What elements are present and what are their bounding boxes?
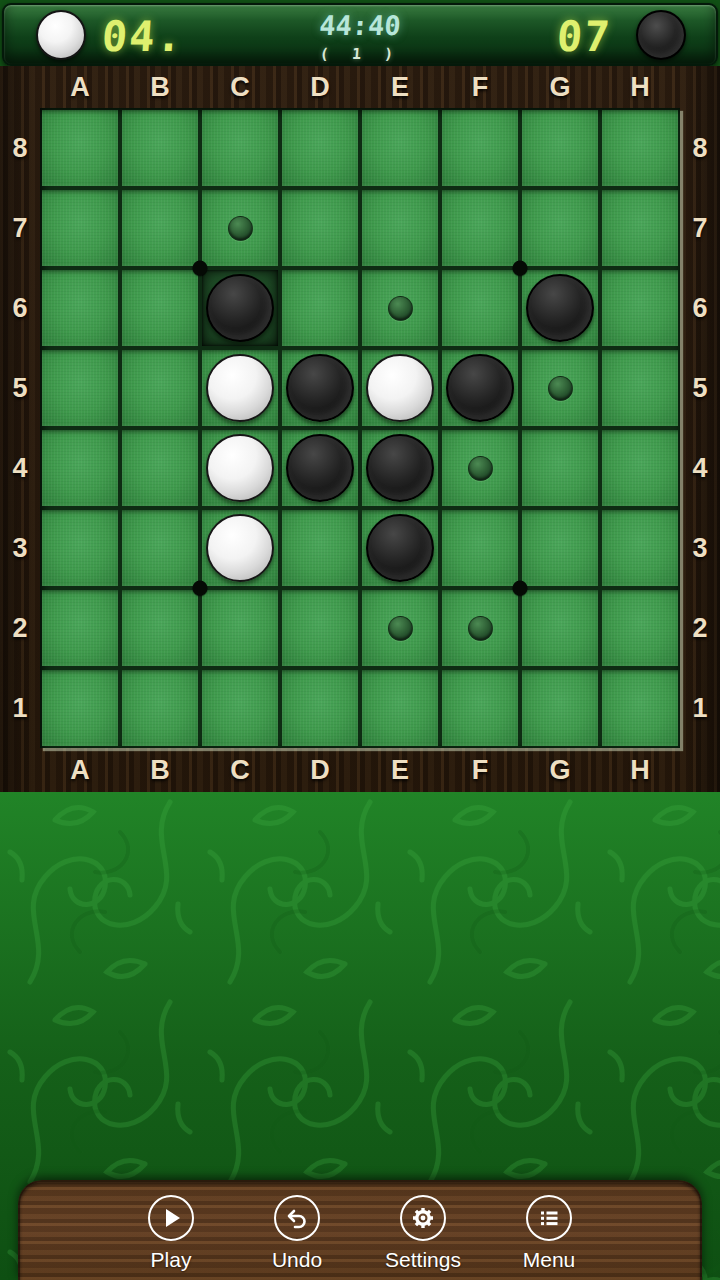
file-label-g: G — [520, 748, 600, 792]
cell-e6[interactable] — [362, 270, 438, 346]
cell-b4[interactable] — [122, 430, 198, 506]
rank-label-1: 1 — [680, 668, 720, 748]
file-label-e: E — [360, 66, 440, 108]
cell-f1[interactable] — [442, 670, 518, 746]
black-disc — [526, 274, 594, 342]
white-disc — [366, 354, 434, 422]
cell-d3[interactable] — [282, 510, 358, 586]
legal-move-hint — [228, 216, 253, 241]
cell-b1[interactable] — [122, 670, 198, 746]
cell-g5[interactable] — [522, 350, 598, 426]
legal-move-hint — [468, 456, 493, 481]
file-label-d: D — [280, 66, 360, 108]
cell-g8[interactable] — [522, 110, 598, 186]
cell-e8[interactable] — [362, 110, 438, 186]
cell-c4[interactable] — [202, 430, 278, 506]
cell-e2[interactable] — [362, 590, 438, 666]
cell-d4[interactable] — [282, 430, 358, 506]
undo-icon — [274, 1195, 320, 1241]
cell-g3[interactable] — [522, 510, 598, 586]
cell-d5[interactable] — [282, 350, 358, 426]
cell-g2[interactable] — [522, 590, 598, 666]
file-label-c: C — [200, 748, 280, 792]
cell-a8[interactable] — [42, 110, 118, 186]
cell-b6[interactable] — [122, 270, 198, 346]
cell-a3[interactable] — [42, 510, 118, 586]
cell-f5[interactable] — [442, 350, 518, 426]
rank-labels-left: 87654321 — [0, 108, 40, 748]
legal-move-hint — [388, 616, 413, 641]
cell-h4[interactable] — [602, 430, 678, 506]
settings-button[interactable]: Settings — [380, 1195, 466, 1280]
cell-g4[interactable] — [522, 430, 598, 506]
cell-c7[interactable] — [202, 190, 278, 266]
cell-h8[interactable] — [602, 110, 678, 186]
file-label-d: D — [280, 748, 360, 792]
rank-label-8: 8 — [680, 108, 720, 188]
rank-label-4: 4 — [0, 428, 40, 508]
file-label-c: C — [200, 66, 280, 108]
cell-c6[interactable] — [202, 270, 278, 346]
cell-h1[interactable] — [602, 670, 678, 746]
cell-f8[interactable] — [442, 110, 518, 186]
play-button[interactable]: Play — [128, 1195, 214, 1280]
cell-c5[interactable] — [202, 350, 278, 426]
file-label-a: A — [40, 748, 120, 792]
legal-move-hint — [388, 296, 413, 321]
menu-icon — [526, 1195, 572, 1241]
cell-b2[interactable] — [122, 590, 198, 666]
cell-a2[interactable] — [42, 590, 118, 666]
cell-d8[interactable] — [282, 110, 358, 186]
cell-c1[interactable] — [202, 670, 278, 746]
cell-f6[interactable] — [442, 270, 518, 346]
cell-g6[interactable] — [522, 270, 598, 346]
play-icon — [148, 1195, 194, 1241]
rank-label-3: 3 — [0, 508, 40, 588]
cell-b8[interactable] — [122, 110, 198, 186]
rank-label-6: 6 — [680, 268, 720, 348]
cell-b7[interactable] — [122, 190, 198, 266]
cell-f2[interactable] — [442, 590, 518, 666]
rank-label-4: 4 — [680, 428, 720, 508]
white-disc — [206, 434, 274, 502]
rank-label-5: 5 — [680, 348, 720, 428]
board-grid — [40, 108, 680, 748]
cell-a5[interactable] — [42, 350, 118, 426]
menu-button[interactable]: Menu — [506, 1195, 592, 1280]
menu-button-label: Menu — [523, 1248, 576, 1272]
file-label-h: H — [600, 66, 680, 108]
white-disc — [206, 354, 274, 422]
cell-f7[interactable] — [442, 190, 518, 266]
white-disc — [206, 514, 274, 582]
file-labels-bottom: ABCDEFGH — [40, 748, 680, 792]
cell-f4[interactable] — [442, 430, 518, 506]
cell-d2[interactable] — [282, 590, 358, 666]
cell-a4[interactable] — [42, 430, 118, 506]
file-label-a: A — [40, 66, 120, 108]
play-button-label: Play — [151, 1248, 192, 1272]
file-label-g: G — [520, 66, 600, 108]
file-label-b: B — [120, 748, 200, 792]
file-label-f: F — [440, 748, 520, 792]
rank-label-5: 5 — [0, 348, 40, 428]
rank-label-7: 7 — [680, 188, 720, 268]
legal-move-hint — [548, 376, 573, 401]
cell-g7[interactable] — [522, 190, 598, 266]
black-disc — [446, 354, 514, 422]
rank-labels-right: 87654321 — [680, 108, 720, 748]
star-point — [513, 261, 528, 276]
rank-label-3: 3 — [680, 508, 720, 588]
cell-c3[interactable] — [202, 510, 278, 586]
rank-label-6: 6 — [0, 268, 40, 348]
cell-h2[interactable] — [602, 590, 678, 666]
board-surface — [40, 108, 680, 748]
star-point — [193, 261, 208, 276]
star-point — [513, 581, 528, 596]
app-screen: 04. 44:40 ( 1 ) 07 ABCDEFGH ABCDEFGH 876… — [0, 0, 720, 1280]
legal-move-hint — [468, 616, 493, 641]
cell-g1[interactable] — [522, 670, 598, 746]
cell-h6[interactable] — [602, 270, 678, 346]
settings-button-label: Settings — [385, 1248, 461, 1272]
cell-d1[interactable] — [282, 670, 358, 746]
rank-label-8: 8 — [0, 108, 40, 188]
file-label-f: F — [440, 66, 520, 108]
file-label-b: B — [120, 66, 200, 108]
rank-label-2: 2 — [0, 588, 40, 668]
cell-e7[interactable] — [362, 190, 438, 266]
cell-f3[interactable] — [442, 510, 518, 586]
settings-icon — [400, 1195, 446, 1241]
cell-c8[interactable] — [202, 110, 278, 186]
file-label-e: E — [360, 748, 440, 792]
black-player-disc-icon — [636, 10, 686, 60]
black-score: 07 — [556, 13, 614, 61]
star-point — [193, 581, 208, 596]
cell-h3[interactable] — [602, 510, 678, 586]
board-panel: ABCDEFGH ABCDEFGH 87654321 87654321 — [0, 66, 720, 792]
cell-e1[interactable] — [362, 670, 438, 746]
file-labels-top: ABCDEFGH — [40, 66, 680, 108]
black-disc — [286, 434, 354, 502]
cell-b5[interactable] — [122, 350, 198, 426]
cell-e3[interactable] — [362, 510, 438, 586]
cell-e4[interactable] — [362, 430, 438, 506]
undo-button[interactable]: Undo — [254, 1195, 340, 1280]
cell-a1[interactable] — [42, 670, 118, 746]
cell-a6[interactable] — [42, 270, 118, 346]
file-label-h: H — [600, 748, 680, 792]
cell-h7[interactable] — [602, 190, 678, 266]
black-disc — [366, 434, 434, 502]
rank-label-7: 7 — [0, 188, 40, 268]
scoreboard: 04. 44:40 ( 1 ) 07 — [2, 3, 718, 66]
cell-e5[interactable] — [362, 350, 438, 426]
toolbar: Play Undo Settings — [18, 1180, 702, 1280]
black-disc — [286, 354, 354, 422]
rank-label-2: 2 — [680, 588, 720, 668]
cell-d6[interactable] — [282, 270, 358, 346]
black-disc — [206, 274, 274, 342]
black-disc — [366, 514, 434, 582]
undo-button-label: Undo — [272, 1248, 322, 1272]
cell-a7[interactable] — [42, 190, 118, 266]
rank-label-1: 1 — [0, 668, 40, 748]
cell-c2[interactable] — [202, 590, 278, 666]
cell-b3[interactable] — [122, 510, 198, 586]
cell-d7[interactable] — [282, 190, 358, 266]
cell-h5[interactable] — [602, 350, 678, 426]
